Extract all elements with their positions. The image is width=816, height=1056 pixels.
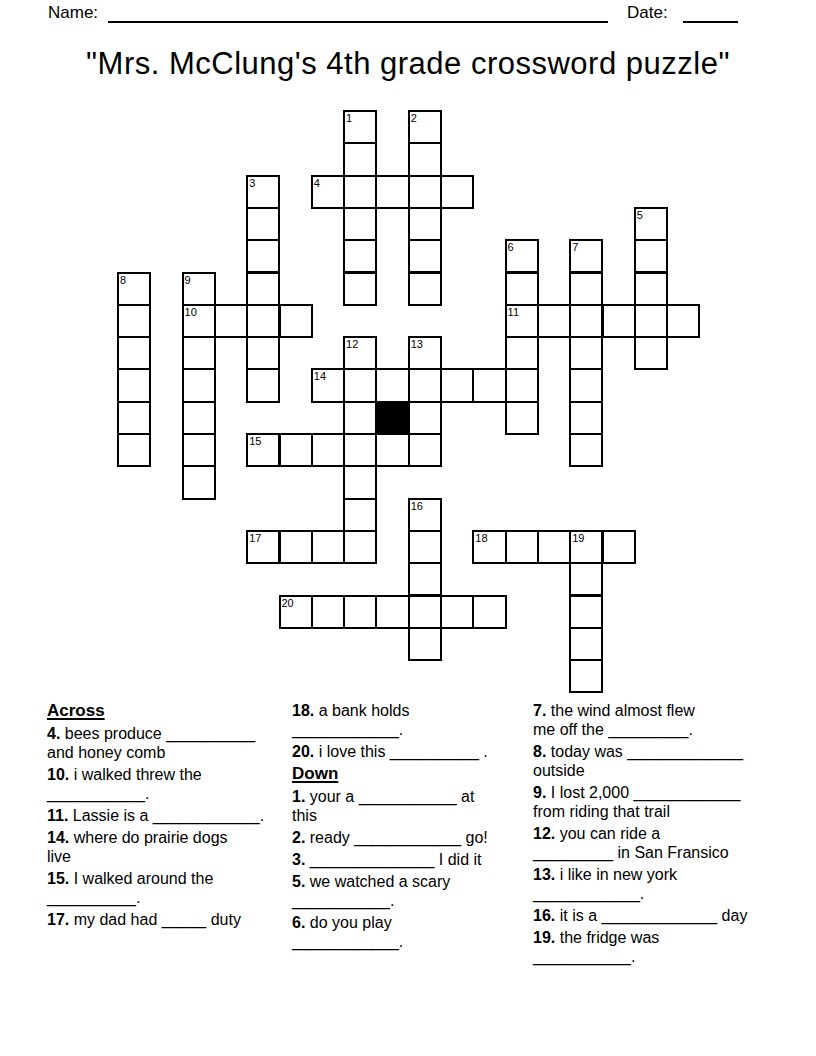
- grid-cell-r8-c2[interactable]: [182, 368, 216, 402]
- clue-19: 19. the fridge was ___________.: [533, 928, 813, 966]
- grid-cell-r10-c7[interactable]: [343, 433, 377, 467]
- grid-cell-r6-c0[interactable]: [117, 304, 151, 338]
- clue-num-label: 12.: [533, 825, 555, 842]
- clue-number-12: 12: [346, 338, 358, 351]
- clue-num-label: 13.: [533, 866, 555, 883]
- grid-cell-r5-c14[interactable]: [569, 272, 603, 306]
- clue-number-17: 17: [249, 532, 261, 545]
- clue-text: my dad had _____ duty: [69, 911, 241, 928]
- grid-cell-r10-c4[interactable]: 15: [246, 433, 280, 467]
- clue-20: 20. i love this __________ .: [292, 742, 530, 761]
- clue-num-label: 16.: [533, 907, 555, 924]
- clue-11: 11. Lassie is a ____________.: [47, 806, 292, 825]
- grid-cell-r15-c8[interactable]: [375, 595, 409, 629]
- clue-text: it is a _____________ day: [555, 907, 747, 924]
- grid-cell-r5-c16[interactable]: [634, 272, 668, 306]
- grid-cell-r10-c9[interactable]: [408, 433, 442, 467]
- grid-cell-r14-c14[interactable]: [569, 562, 603, 596]
- grid-cell-r6-c4[interactable]: [246, 304, 280, 338]
- grid-cell-r8-c12[interactable]: [505, 368, 539, 402]
- clue-num-label: 11.: [47, 807, 68, 824]
- grid-cell-r2-c4[interactable]: 3: [246, 175, 280, 209]
- grid-cell-r10-c8[interactable]: [375, 433, 409, 467]
- clue-num-label: 15.: [47, 870, 69, 887]
- grid-cell-r4-c16[interactable]: [634, 239, 668, 273]
- grid-cell-r6-c17[interactable]: [666, 304, 700, 338]
- grid-cell-r11-c2[interactable]: [182, 465, 216, 499]
- clue-column-left: Across4. bees produce __________ and hon…: [47, 701, 292, 932]
- date-blank-line: [683, 21, 738, 23]
- grid-cell-r7-c2[interactable]: [182, 336, 216, 370]
- grid-cell-r13-c9[interactable]: [408, 530, 442, 564]
- clue-num-label: 17.: [47, 911, 69, 928]
- grid-cell-r6-c3[interactable]: [214, 304, 248, 338]
- grid-cell-r17-c14[interactable]: [569, 659, 603, 693]
- grid-cell-r15-c14[interactable]: [569, 595, 603, 629]
- grid-cell-r9-c9[interactable]: [408, 401, 442, 435]
- clue-9: 9. I lost 2,000 ____________ from riding…: [533, 783, 813, 821]
- clue-num-label: 5.: [292, 873, 305, 890]
- grid-cell-r7-c16[interactable]: [634, 336, 668, 370]
- clue-num-label: 2.: [292, 829, 305, 846]
- clue-16: 16. it is a _____________ day: [533, 906, 813, 925]
- grid-cell-r12-c7[interactable]: [343, 498, 377, 532]
- clue-number-8: 8: [120, 274, 126, 287]
- clue-17: 17. my dad had _____ duty: [47, 910, 292, 929]
- clues-heading-down: Down: [292, 764, 530, 783]
- grid-cell-r15-c11[interactable]: [472, 595, 506, 629]
- page-title: "Mrs. McClung's 4th grade crossword puzz…: [0, 46, 816, 82]
- clue-number-4: 4: [314, 177, 320, 190]
- grid-cell-r13-c14[interactable]: 19: [569, 530, 603, 564]
- clue-7: 7. the wind almost flew me off the _____…: [533, 701, 813, 739]
- clue-6: 6. do you play ____________.: [292, 913, 530, 951]
- grid-cell-r9-c2[interactable]: [182, 401, 216, 435]
- grid-cell-r5-c0[interactable]: 8: [117, 272, 151, 306]
- clue-text: bees produce __________ and honey comb: [47, 725, 255, 761]
- grid-cell-r16-c9[interactable]: [408, 627, 442, 661]
- grid-cell-r4-c4[interactable]: [246, 239, 280, 273]
- clue-num-label: 10.: [47, 766, 69, 783]
- grid-cell-r7-c7[interactable]: 12: [343, 336, 377, 370]
- clue-number-10: 10: [185, 306, 197, 319]
- clue-column-middle: 18. a bank holds ____________.20. i love…: [292, 701, 530, 954]
- date-label: Date:: [627, 3, 668, 23]
- grid-cell-r9-c12[interactable]: [505, 401, 539, 435]
- grid-cell-r2-c6[interactable]: 4: [311, 175, 345, 209]
- clue-num-label: 9.: [533, 784, 546, 801]
- grid-cell-r5-c9[interactable]: [408, 272, 442, 306]
- clue-text: today was _____________ outside: [533, 743, 743, 779]
- clue-10: 10. i walked threw the ___________.: [47, 765, 292, 803]
- clue-text: the wind almost flew me off the ________…: [533, 702, 695, 738]
- clue-num-label: 8.: [533, 743, 546, 760]
- clue-4: 4. bees produce __________ and honey com…: [47, 724, 292, 762]
- clue-text: ready ____________ go!: [305, 829, 487, 846]
- clue-text: I walked around the __________.: [47, 870, 213, 906]
- grid-cell-r13-c15[interactable]: [602, 530, 636, 564]
- clue-num-label: 14.: [47, 829, 69, 846]
- clue-num-label: 19.: [533, 929, 555, 946]
- clue-number-11: 11: [508, 306, 519, 319]
- black-cell-r9-c8: [375, 401, 409, 435]
- clue-num-label: 3.: [292, 851, 305, 868]
- grid-cell-r9-c14[interactable]: [569, 401, 603, 435]
- grid-cell-r8-c0[interactable]: [117, 368, 151, 402]
- clue-14: 14. where do prairie dogs live: [47, 828, 292, 866]
- grid-cell-r4-c9[interactable]: [408, 239, 442, 273]
- grid-cell-r13-c6[interactable]: [311, 530, 345, 564]
- grid-cell-r10-c6[interactable]: [311, 433, 345, 467]
- clue-number-6: 6: [508, 241, 514, 254]
- clue-num-label: 7.: [533, 702, 546, 719]
- clue-3: 3. ______________ I did it: [292, 850, 530, 869]
- grid-cell-r1-c9[interactable]: [408, 142, 442, 176]
- clue-num-label: 6.: [292, 914, 305, 931]
- grid-cell-r15-c9[interactable]: [408, 595, 442, 629]
- clue-text: we watched a scary ___________.: [292, 873, 450, 909]
- grid-cell-r6-c12[interactable]: 11: [505, 304, 539, 338]
- grid-cell-r7-c12[interactable]: [505, 336, 539, 370]
- grid-cell-r5-c4[interactable]: [246, 272, 280, 306]
- grid-cell-r6-c16[interactable]: [634, 304, 668, 338]
- clue-number-19: 19: [572, 532, 584, 545]
- clue-number-13: 13: [411, 338, 423, 351]
- clue-number-3: 3: [249, 177, 255, 190]
- grid-cell-r13-c7[interactable]: [343, 530, 377, 564]
- grid-cell-r13-c13[interactable]: [537, 530, 571, 564]
- clue-number-16: 16: [411, 500, 423, 513]
- grid-cell-r3-c9[interactable]: [408, 207, 442, 241]
- grid-cell-r4-c7[interactable]: [343, 239, 377, 273]
- name-label: Name:: [48, 3, 98, 23]
- grid-cell-r8-c14[interactable]: [569, 368, 603, 402]
- grid-cell-r5-c7[interactable]: [343, 272, 377, 306]
- grid-cell-r6-c5[interactable]: [279, 304, 313, 338]
- clue-12: 12. you can ride a _________ in San Fran…: [533, 824, 813, 862]
- grid-cell-r2-c9[interactable]: [408, 175, 442, 209]
- grid-cell-r13-c12[interactable]: [505, 530, 539, 564]
- grid-cell-r8-c6[interactable]: 14: [311, 368, 345, 402]
- grid-cell-r3-c7[interactable]: [343, 207, 377, 241]
- clue-text: ______________ I did it: [305, 851, 481, 868]
- clue-text: i love this __________ .: [314, 743, 487, 760]
- clue-text: where do prairie dogs live: [47, 829, 228, 865]
- clue-2: 2. ready ____________ go!: [292, 828, 530, 847]
- grid-cell-r1-c7[interactable]: [343, 142, 377, 176]
- grid-cell-r8-c8[interactable]: [375, 368, 409, 402]
- clue-number-7: 7: [572, 241, 578, 254]
- grid-cell-r15-c6[interactable]: [311, 595, 345, 629]
- grid-cell-r15-c7[interactable]: [343, 595, 377, 629]
- clue-15: 15. I walked around the __________.: [47, 869, 292, 907]
- clue-text: you can ride a _________ in San Fransico: [533, 825, 729, 861]
- grid-cell-r8-c11[interactable]: [472, 368, 506, 402]
- clue-number-14: 14: [314, 370, 326, 383]
- grid-cell-r2-c10[interactable]: [440, 175, 474, 209]
- clue-number-15: 15: [249, 435, 261, 448]
- clue-number-2: 2: [411, 112, 417, 125]
- grid-cell-r16-c14[interactable]: [569, 627, 603, 661]
- grid-cell-r3-c16[interactable]: 5: [634, 207, 668, 241]
- grid-cell-r5-c12[interactable]: [505, 272, 539, 306]
- grid-cell-r10-c5[interactable]: [279, 433, 313, 467]
- grid-cell-r8-c10[interactable]: [440, 368, 474, 402]
- clue-num-label: 1.: [292, 788, 305, 805]
- clue-number-9: 9: [185, 274, 191, 287]
- grid-cell-r5-c2[interactable]: 9: [182, 272, 216, 306]
- clue-13: 13. i like in new york ____________.: [533, 865, 813, 903]
- grid-cell-r13-c4[interactable]: 17: [246, 530, 280, 564]
- clue-text: Lassie is a ____________.: [68, 807, 264, 824]
- grid-cell-r7-c4[interactable]: [246, 336, 280, 370]
- clue-text: i like in new york ____________.: [533, 866, 677, 902]
- grid-cell-r11-c7[interactable]: [343, 465, 377, 499]
- grid-cell-r13-c11[interactable]: 18: [472, 530, 506, 564]
- clue-18: 18. a bank holds ____________.: [292, 701, 530, 739]
- clue-8: 8. today was _____________ outside: [533, 742, 813, 780]
- clue-column-right: 7. the wind almost flew me off the _____…: [533, 701, 813, 969]
- grid-cell-r7-c9[interactable]: 13: [408, 336, 442, 370]
- grid-cell-r7-c0[interactable]: [117, 336, 151, 370]
- grid-cell-r0-c7[interactable]: 1: [343, 110, 377, 144]
- clue-5: 5. we watched a scary ___________.: [292, 872, 530, 910]
- grid-cell-r6-c15[interactable]: [602, 304, 636, 338]
- grid-cell-r6-c14[interactable]: [569, 304, 603, 338]
- grid-cell-r3-c4[interactable]: [246, 207, 280, 241]
- grid-cell-r10-c0[interactable]: [117, 433, 151, 467]
- name-blank-line: [108, 21, 608, 23]
- clue-text: your a ___________ at this: [292, 788, 474, 824]
- grid-cell-r8-c7[interactable]: [343, 368, 377, 402]
- grid-cell-r10-c2[interactable]: [182, 433, 216, 467]
- grid-cell-r0-c9[interactable]: 2: [408, 110, 442, 144]
- clue-num-label: 20.: [292, 743, 314, 760]
- grid-cell-r10-c14[interactable]: [569, 433, 603, 467]
- clue-number-5: 5: [637, 209, 643, 222]
- grid-cell-r6-c2[interactable]: 10: [182, 304, 216, 338]
- grid-cell-r15-c5[interactable]: 20: [279, 595, 313, 629]
- grid-cell-r6-c13[interactable]: [537, 304, 571, 338]
- clue-text: i walked threw the ___________.: [47, 766, 202, 802]
- grid-cell-r8-c4[interactable]: [246, 368, 280, 402]
- crossword-grid: 1234567891011121314151617181920: [117, 110, 701, 694]
- clue-number-1: 1: [346, 112, 352, 125]
- grid-cell-r8-c9[interactable]: [408, 368, 442, 402]
- grid-cell-r9-c7[interactable]: [343, 401, 377, 435]
- clues-heading-across: Across: [47, 701, 292, 720]
- clue-num-label: 4.: [47, 725, 60, 742]
- grid-cell-r4-c14[interactable]: 7: [569, 239, 603, 273]
- grid-cell-r2-c7[interactable]: [343, 175, 377, 209]
- grid-cell-r13-c5[interactable]: [279, 530, 313, 564]
- grid-cell-r4-c12[interactable]: 6: [505, 239, 539, 273]
- clue-number-20: 20: [282, 597, 294, 610]
- clue-number-18: 18: [475, 532, 487, 545]
- clue-text: I lost 2,000 ____________ from riding th…: [533, 784, 740, 820]
- grid-cell-r9-c0[interactable]: [117, 401, 151, 435]
- grid-cell-r2-c8[interactable]: [375, 175, 409, 209]
- grid-cell-r7-c14[interactable]: [569, 336, 603, 370]
- grid-cell-r14-c9[interactable]: [408, 562, 442, 596]
- clue-1: 1. your a ___________ at this: [292, 787, 530, 825]
- clue-num-label: 18.: [292, 702, 314, 719]
- grid-cell-r12-c9[interactable]: 16: [408, 498, 442, 532]
- clue-text: do you play ____________.: [292, 914, 403, 950]
- grid-cell-r15-c10[interactable]: [440, 595, 474, 629]
